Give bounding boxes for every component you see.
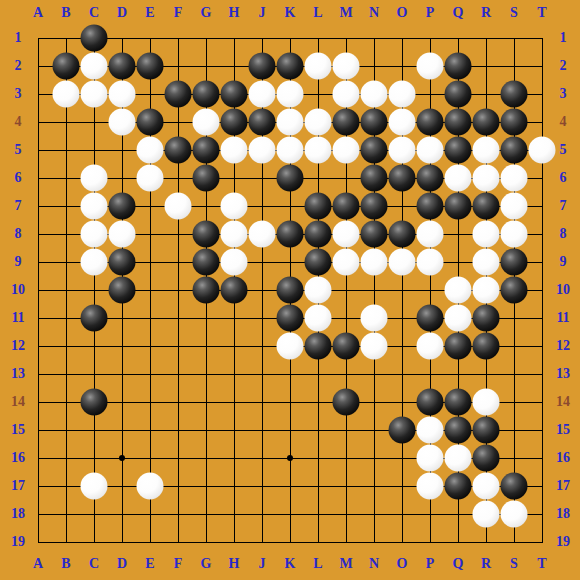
- stone-black-M4: [333, 109, 360, 136]
- coord-label-left-2: 2: [15, 58, 22, 74]
- coord-label-top-C: C: [89, 5, 99, 21]
- coord-label-top-E: E: [145, 5, 154, 21]
- stone-white-N11: [361, 305, 388, 332]
- stone-white-Q16: [445, 445, 472, 472]
- stone-black-C14: [81, 389, 108, 416]
- stone-black-K11: [277, 305, 304, 332]
- stone-white-M9: [333, 249, 360, 276]
- stone-white-C6: [81, 165, 108, 192]
- stone-black-R15: [473, 417, 500, 444]
- stone-black-M7: [333, 193, 360, 220]
- coord-label-right-15: 15: [556, 422, 570, 438]
- stone-white-B3: [53, 81, 80, 108]
- coord-label-bottom-M: M: [339, 556, 352, 572]
- stone-white-L10: [305, 277, 332, 304]
- stone-white-R9: [473, 249, 500, 276]
- stone-black-R12: [473, 333, 500, 360]
- coord-label-left-5: 5: [15, 142, 22, 158]
- coord-label-top-S: S: [510, 5, 518, 21]
- coord-label-bottom-F: F: [174, 556, 183, 572]
- stone-black-K8: [277, 221, 304, 248]
- stone-black-H10: [221, 277, 248, 304]
- stone-white-H9: [221, 249, 248, 276]
- stone-black-C1: [81, 25, 108, 52]
- stone-black-L9: [305, 249, 332, 276]
- coord-label-left-9: 9: [15, 254, 22, 270]
- stone-black-S10: [501, 277, 528, 304]
- stone-black-M14: [333, 389, 360, 416]
- stone-white-C17: [81, 473, 108, 500]
- coord-label-top-F: F: [174, 5, 183, 21]
- stone-white-Q10: [445, 277, 472, 304]
- coord-label-top-K: K: [285, 5, 296, 21]
- coord-label-right-9: 9: [560, 254, 567, 270]
- coord-label-left-3: 3: [15, 86, 22, 102]
- stone-white-Q11: [445, 305, 472, 332]
- stone-black-Q2: [445, 53, 472, 80]
- stone-black-P4: [417, 109, 444, 136]
- coord-label-left-12: 12: [11, 338, 25, 354]
- coord-label-right-16: 16: [556, 450, 570, 466]
- coord-label-right-6: 6: [560, 170, 567, 186]
- stone-black-B2: [53, 53, 80, 80]
- stone-white-H5: [221, 137, 248, 164]
- stone-black-R11: [473, 305, 500, 332]
- stone-white-P9: [417, 249, 444, 276]
- coord-label-right-12: 12: [556, 338, 570, 354]
- stone-white-C2: [81, 53, 108, 80]
- stone-black-P7: [417, 193, 444, 220]
- stone-black-O15: [389, 417, 416, 444]
- stone-white-P16: [417, 445, 444, 472]
- coord-label-bottom-G: G: [201, 556, 212, 572]
- coord-label-right-2: 2: [560, 58, 567, 74]
- stone-white-P17: [417, 473, 444, 500]
- stone-black-G3: [193, 81, 220, 108]
- coord-label-top-P: P: [426, 5, 435, 21]
- stone-white-R18: [473, 501, 500, 528]
- coord-label-left-6: 6: [15, 170, 22, 186]
- stone-black-H4: [221, 109, 248, 136]
- coord-label-right-4: 4: [560, 114, 567, 130]
- coord-label-top-O: O: [397, 5, 408, 21]
- coord-label-top-L: L: [313, 5, 322, 21]
- stone-black-H3: [221, 81, 248, 108]
- coord-label-left-1: 1: [15, 30, 22, 46]
- stone-black-D7: [109, 193, 136, 220]
- coord-label-bottom-R: R: [481, 556, 491, 572]
- stone-white-E17: [137, 473, 164, 500]
- stone-black-R4: [473, 109, 500, 136]
- coord-label-left-15: 15: [11, 422, 25, 438]
- coord-label-bottom-C: C: [89, 556, 99, 572]
- coord-label-right-8: 8: [560, 226, 567, 242]
- coord-label-left-8: 8: [15, 226, 22, 242]
- stone-white-R10: [473, 277, 500, 304]
- stone-white-L2: [305, 53, 332, 80]
- coord-label-right-1: 1: [560, 30, 567, 46]
- coord-label-top-D: D: [117, 5, 127, 21]
- stone-black-S4: [501, 109, 528, 136]
- stone-white-O4: [389, 109, 416, 136]
- stone-black-Q15: [445, 417, 472, 444]
- coord-label-bottom-A: A: [33, 556, 43, 572]
- stone-white-M3: [333, 81, 360, 108]
- stone-black-O8: [389, 221, 416, 248]
- coord-label-top-N: N: [369, 5, 379, 21]
- stone-white-C8: [81, 221, 108, 248]
- stone-black-J2: [249, 53, 276, 80]
- stone-white-G4: [193, 109, 220, 136]
- stone-black-G9: [193, 249, 220, 276]
- stone-black-S5: [501, 137, 528, 164]
- coord-label-top-T: T: [537, 5, 546, 21]
- stone-white-E5: [137, 137, 164, 164]
- coord-label-top-G: G: [201, 5, 212, 21]
- coord-label-bottom-T: T: [537, 556, 546, 572]
- stone-black-Q4: [445, 109, 472, 136]
- coord-label-top-H: H: [229, 5, 240, 21]
- stone-white-P12: [417, 333, 444, 360]
- stone-black-F3: [165, 81, 192, 108]
- stone-white-K3: [277, 81, 304, 108]
- stone-white-N12: [361, 333, 388, 360]
- coord-label-top-M: M: [339, 5, 352, 21]
- stone-white-P2: [417, 53, 444, 80]
- coord-label-bottom-P: P: [426, 556, 435, 572]
- star-point-D16: [119, 455, 125, 461]
- stone-black-J4: [249, 109, 276, 136]
- stone-black-S3: [501, 81, 528, 108]
- stone-black-S9: [501, 249, 528, 276]
- stone-white-H7: [221, 193, 248, 220]
- stone-black-G6: [193, 165, 220, 192]
- stone-white-P8: [417, 221, 444, 248]
- go-board-screenshot: AABBCCDDEEFFGGHHJJKKLLMMNNOOPPQQRRSSTT11…: [0, 0, 580, 580]
- coord-label-right-13: 13: [556, 366, 570, 382]
- stone-black-O6: [389, 165, 416, 192]
- coord-label-bottom-N: N: [369, 556, 379, 572]
- coord-label-left-13: 13: [11, 366, 25, 382]
- stone-white-O5: [389, 137, 416, 164]
- coord-label-bottom-E: E: [145, 556, 154, 572]
- star-point-K16: [287, 455, 293, 461]
- stone-white-C9: [81, 249, 108, 276]
- stone-black-D9: [109, 249, 136, 276]
- stone-white-N3: [361, 81, 388, 108]
- stone-black-E2: [137, 53, 164, 80]
- stone-black-M12: [333, 333, 360, 360]
- coord-label-top-J: J: [259, 5, 266, 21]
- stone-black-L7: [305, 193, 332, 220]
- stone-black-P14: [417, 389, 444, 416]
- stone-white-M2: [333, 53, 360, 80]
- stone-black-C11: [81, 305, 108, 332]
- stone-white-Q6: [445, 165, 472, 192]
- stone-black-R7: [473, 193, 500, 220]
- stone-white-J5: [249, 137, 276, 164]
- coord-label-right-11: 11: [556, 310, 569, 326]
- coord-label-top-A: A: [33, 5, 43, 21]
- coord-label-bottom-O: O: [397, 556, 408, 572]
- coord-label-bottom-J: J: [259, 556, 266, 572]
- stone-white-S18: [501, 501, 528, 528]
- stone-black-Q7: [445, 193, 472, 220]
- stone-black-F5: [165, 137, 192, 164]
- stone-black-P11: [417, 305, 444, 332]
- stone-black-S17: [501, 473, 528, 500]
- stone-white-M8: [333, 221, 360, 248]
- stone-black-L8: [305, 221, 332, 248]
- stone-white-S6: [501, 165, 528, 192]
- stone-black-Q5: [445, 137, 472, 164]
- stone-white-R17: [473, 473, 500, 500]
- stone-white-S7: [501, 193, 528, 220]
- stone-white-M5: [333, 137, 360, 164]
- coord-label-left-18: 18: [11, 506, 25, 522]
- stone-white-L5: [305, 137, 332, 164]
- coord-label-bottom-B: B: [61, 556, 70, 572]
- stone-black-N7: [361, 193, 388, 220]
- stone-white-O3: [389, 81, 416, 108]
- coord-label-left-17: 17: [11, 478, 25, 494]
- stone-black-P6: [417, 165, 444, 192]
- coord-label-right-17: 17: [556, 478, 570, 494]
- coord-label-right-19: 19: [556, 534, 570, 550]
- coord-label-left-14: 14: [11, 394, 25, 410]
- coord-label-bottom-S: S: [510, 556, 518, 572]
- coord-label-top-B: B: [61, 5, 70, 21]
- stone-black-K6: [277, 165, 304, 192]
- stone-white-R5: [473, 137, 500, 164]
- coord-label-bottom-Q: Q: [453, 556, 464, 572]
- stone-black-N6: [361, 165, 388, 192]
- coord-label-bottom-H: H: [229, 556, 240, 572]
- stone-black-G5: [193, 137, 220, 164]
- stone-white-P15: [417, 417, 444, 444]
- stone-black-N5: [361, 137, 388, 164]
- stone-white-F7: [165, 193, 192, 220]
- coord-label-left-16: 16: [11, 450, 25, 466]
- stone-black-G8: [193, 221, 220, 248]
- stone-white-L11: [305, 305, 332, 332]
- stone-white-D4: [109, 109, 136, 136]
- coord-label-right-10: 10: [556, 282, 570, 298]
- coord-label-right-18: 18: [556, 506, 570, 522]
- stone-white-N9: [361, 249, 388, 276]
- stone-white-R14: [473, 389, 500, 416]
- stone-white-C7: [81, 193, 108, 220]
- stone-white-R8: [473, 221, 500, 248]
- stone-black-G10: [193, 277, 220, 304]
- stone-white-L4: [305, 109, 332, 136]
- stone-black-Q3: [445, 81, 472, 108]
- coord-label-right-7: 7: [560, 198, 567, 214]
- coord-label-left-19: 19: [11, 534, 25, 550]
- stone-white-K5: [277, 137, 304, 164]
- coord-label-top-Q: Q: [453, 5, 464, 21]
- stone-white-T5: [529, 137, 556, 164]
- stone-white-D8: [109, 221, 136, 248]
- coord-label-bottom-L: L: [313, 556, 322, 572]
- stone-white-E6: [137, 165, 164, 192]
- stone-white-O9: [389, 249, 416, 276]
- stone-black-R16: [473, 445, 500, 472]
- coord-label-right-5: 5: [560, 142, 567, 158]
- coord-label-left-4: 4: [15, 114, 22, 130]
- stone-white-J8: [249, 221, 276, 248]
- coord-label-left-10: 10: [11, 282, 25, 298]
- stone-black-N8: [361, 221, 388, 248]
- coord-label-right-14: 14: [556, 394, 570, 410]
- stone-white-J3: [249, 81, 276, 108]
- coord-label-left-11: 11: [11, 310, 24, 326]
- stone-black-L12: [305, 333, 332, 360]
- stone-white-C3: [81, 81, 108, 108]
- stone-white-P5: [417, 137, 444, 164]
- coord-label-top-R: R: [481, 5, 491, 21]
- stone-black-D10: [109, 277, 136, 304]
- coord-label-bottom-D: D: [117, 556, 127, 572]
- coord-label-right-3: 3: [560, 86, 567, 102]
- stone-black-Q12: [445, 333, 472, 360]
- coord-label-left-7: 7: [15, 198, 22, 214]
- stone-black-Q17: [445, 473, 472, 500]
- stone-black-K10: [277, 277, 304, 304]
- stone-black-Q14: [445, 389, 472, 416]
- stone-white-H8: [221, 221, 248, 248]
- stone-black-E4: [137, 109, 164, 136]
- stone-white-K4: [277, 109, 304, 136]
- stone-white-S8: [501, 221, 528, 248]
- coord-label-bottom-K: K: [285, 556, 296, 572]
- stone-black-D2: [109, 53, 136, 80]
- stone-white-D3: [109, 81, 136, 108]
- stone-white-R6: [473, 165, 500, 192]
- stone-white-K12: [277, 333, 304, 360]
- stone-black-K2: [277, 53, 304, 80]
- stone-black-N4: [361, 109, 388, 136]
